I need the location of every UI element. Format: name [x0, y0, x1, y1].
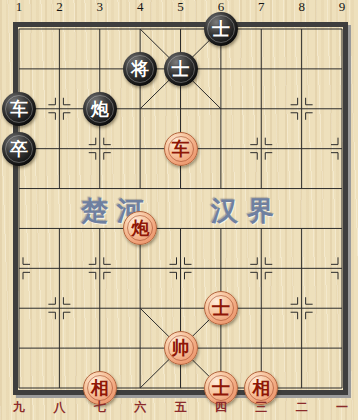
piece-red-chariot[interactable]: 车 [164, 132, 198, 166]
file-label-bottom: 七 [94, 400, 106, 414]
piece-red-advisor[interactable]: 士 [204, 291, 238, 325]
file-label-bottom: 九 [13, 400, 25, 414]
xiangqi-board: 123456789 楚河 汉界 士将士车炮卒车炮士帅相士相 九八七六五四三二一 [0, 0, 358, 420]
file-label-bottom: 六 [134, 400, 146, 414]
piece-black-chariot[interactable]: 车 [2, 92, 36, 126]
piece-black-soldier[interactable]: 卒 [2, 132, 36, 166]
piece-black-advisor[interactable]: 士 [204, 12, 238, 46]
piece-red-general[interactable]: 帅 [164, 331, 198, 365]
file-label-bottom: 三 [255, 400, 267, 414]
piece-black-general[interactable]: 将 [123, 52, 157, 86]
piece-black-advisor[interactable]: 士 [164, 52, 198, 86]
file-label-bottom: 一 [336, 400, 348, 414]
file-label-bottom: 二 [296, 400, 308, 414]
river-label-right: 汉界 [211, 193, 283, 229]
file-label-bottom: 四 [215, 400, 227, 414]
file-label-bottom: 八 [53, 400, 65, 414]
file-label-bottom: 五 [175, 400, 187, 414]
piece-black-cannon[interactable]: 炮 [83, 92, 117, 126]
